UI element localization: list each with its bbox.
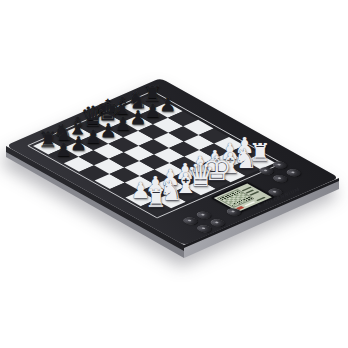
scene: ♞ MILLENNIUM ♜♞♝♛♚♝♞♜♟♟♟♟♟♟♟♟♟♟♟♟♟♟♟♟♜♞♝… bbox=[0, 0, 348, 348]
piece-black-pawn-a7[interactable]: ♟ bbox=[50, 140, 78, 159]
pieces-layer: ♜♞♝♛♚♝♞♜♟♟♟♟♟♟♟♟♟♟♟♟♟♟♟♟♜♞♝♛♚♝♞♜ bbox=[0, 0, 348, 348]
piece-white-rook-a1[interactable]: ♜ bbox=[142, 186, 170, 211]
